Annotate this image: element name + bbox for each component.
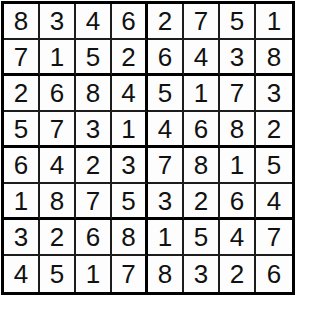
- cell-r2c3[interactable]: 5: [76, 40, 112, 76]
- cell-r6c1[interactable]: 1: [4, 184, 40, 220]
- cell-r3c4[interactable]: 4: [112, 76, 148, 112]
- cell-r6c3[interactable]: 7: [76, 184, 112, 220]
- cell-r1c5[interactable]: 2: [148, 4, 184, 40]
- cell-r8c2[interactable]: 5: [40, 256, 76, 292]
- cell-r1c1[interactable]: 8: [4, 4, 40, 40]
- cell-r6c8[interactable]: 4: [256, 184, 292, 220]
- cell-r1c6[interactable]: 7: [184, 4, 220, 40]
- cell-r3c6[interactable]: 1: [184, 76, 220, 112]
- cell-r3c8[interactable]: 3: [256, 76, 292, 112]
- cell-r3c7[interactable]: 7: [220, 76, 256, 112]
- cell-r8c5[interactable]: 8: [148, 256, 184, 292]
- cell-r7c8[interactable]: 7: [256, 220, 292, 256]
- cell-r8c8[interactable]: 6: [256, 256, 292, 292]
- cell-r3c2[interactable]: 6: [40, 76, 76, 112]
- cell-r8c3[interactable]: 1: [76, 256, 112, 292]
- cell-r5c4[interactable]: 3: [112, 148, 148, 184]
- cell-r6c5[interactable]: 3: [148, 184, 184, 220]
- cell-r7c6[interactable]: 5: [184, 220, 220, 256]
- cell-r6c2[interactable]: 8: [40, 184, 76, 220]
- cell-r3c1[interactable]: 2: [4, 76, 40, 112]
- cell-r7c3[interactable]: 6: [76, 220, 112, 256]
- cell-r5c6[interactable]: 8: [184, 148, 220, 184]
- cell-r8c1[interactable]: 4: [4, 256, 40, 292]
- cell-r6c6[interactable]: 2: [184, 184, 220, 220]
- cell-r8c6[interactable]: 3: [184, 256, 220, 292]
- cell-r7c1[interactable]: 3: [4, 220, 40, 256]
- cell-r4c5[interactable]: 4: [148, 112, 184, 148]
- cell-r4c2[interactable]: 7: [40, 112, 76, 148]
- cell-r1c3[interactable]: 4: [76, 4, 112, 40]
- cell-r6c4[interactable]: 5: [112, 184, 148, 220]
- cell-r5c5[interactable]: 7: [148, 148, 184, 184]
- cell-r5c7[interactable]: 1: [220, 148, 256, 184]
- cell-r1c2[interactable]: 3: [40, 4, 76, 40]
- cell-r4c7[interactable]: 8: [220, 112, 256, 148]
- cell-r3c3[interactable]: 8: [76, 76, 112, 112]
- cell-r4c4[interactable]: 1: [112, 112, 148, 148]
- cell-r4c6[interactable]: 6: [184, 112, 220, 148]
- cell-r8c7[interactable]: 2: [220, 256, 256, 292]
- cell-r7c5[interactable]: 1: [148, 220, 184, 256]
- cell-r2c6[interactable]: 4: [184, 40, 220, 76]
- cell-r7c2[interactable]: 2: [40, 220, 76, 256]
- cell-r4c1[interactable]: 5: [4, 112, 40, 148]
- sudoku-board: 8346275171526438268451735731468264237815…: [1, 1, 295, 295]
- cell-r2c7[interactable]: 3: [220, 40, 256, 76]
- cell-r5c3[interactable]: 2: [76, 148, 112, 184]
- cell-r1c4[interactable]: 6: [112, 4, 148, 40]
- page: 8346275171526438268451735731468264237815…: [0, 0, 312, 320]
- cell-r4c3[interactable]: 3: [76, 112, 112, 148]
- cell-r1c8[interactable]: 1: [256, 4, 292, 40]
- cell-r2c8[interactable]: 8: [256, 40, 292, 76]
- cell-r7c4[interactable]: 8: [112, 220, 148, 256]
- cell-r5c1[interactable]: 6: [4, 148, 40, 184]
- cell-r4c8[interactable]: 2: [256, 112, 292, 148]
- cell-r8c4[interactable]: 7: [112, 256, 148, 292]
- cell-r6c7[interactable]: 6: [220, 184, 256, 220]
- cell-r7c7[interactable]: 4: [220, 220, 256, 256]
- cell-r5c2[interactable]: 4: [40, 148, 76, 184]
- cell-r2c1[interactable]: 7: [4, 40, 40, 76]
- cell-r5c8[interactable]: 5: [256, 148, 292, 184]
- cell-r3c5[interactable]: 5: [148, 76, 184, 112]
- cell-r2c2[interactable]: 1: [40, 40, 76, 76]
- cell-r2c4[interactable]: 2: [112, 40, 148, 76]
- cell-r1c7[interactable]: 5: [220, 4, 256, 40]
- cell-r2c5[interactable]: 6: [148, 40, 184, 76]
